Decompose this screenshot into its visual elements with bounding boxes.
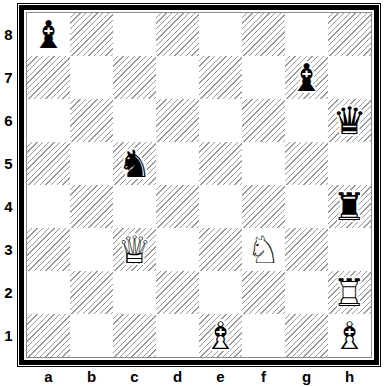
file-label-c: c (113, 368, 156, 387)
file-label-e: e (199, 368, 242, 387)
square-g4[interactable] (285, 185, 328, 228)
square-e8[interactable] (199, 13, 242, 56)
square-e4[interactable] (199, 185, 242, 228)
square-b2[interactable] (70, 271, 113, 314)
square-d7[interactable] (156, 56, 199, 99)
square-f3[interactable]: ♞♘ (242, 228, 285, 271)
black-bishop[interactable]: ♝ (27, 13, 70, 56)
square-a2[interactable] (27, 271, 70, 314)
square-c2[interactable] (113, 271, 156, 314)
rank-label-1: 1 (0, 314, 17, 357)
white-bishop[interactable]: ♗ (328, 314, 371, 357)
square-g7[interactable]: ♝♝ (285, 56, 328, 99)
square-d3[interactable] (156, 228, 199, 271)
file-label-h: h (328, 368, 371, 387)
square-e5[interactable] (199, 142, 242, 185)
square-a7[interactable] (27, 56, 70, 99)
black-bishop[interactable]: ♝ (285, 56, 328, 99)
square-e1[interactable]: ♝♗ (199, 314, 242, 357)
rank-label-5: 5 (0, 142, 17, 185)
white-knight[interactable]: ♘ (242, 228, 285, 271)
piece-halo: ♝ (328, 314, 371, 357)
square-b7[interactable] (70, 56, 113, 99)
rank-label-2: 2 (0, 271, 17, 314)
square-f1[interactable] (242, 314, 285, 357)
square-d6[interactable] (156, 99, 199, 142)
piece-halo: ♞ (113, 142, 156, 185)
chess-diagram: 8 7 6 5 4 3 2 1 ♝♝♝♝♛♛♞♞♜♜♛♕♞♘♜♖♝♗♝♗ a b… (0, 0, 384, 387)
rank-label-3: 3 (0, 228, 17, 271)
square-g5[interactable] (285, 142, 328, 185)
square-h1[interactable]: ♝♗ (328, 314, 371, 357)
piece-halo: ♜ (328, 271, 371, 314)
square-f2[interactable] (242, 271, 285, 314)
square-g3[interactable] (285, 228, 328, 271)
square-g1[interactable] (285, 314, 328, 357)
square-e3[interactable] (199, 228, 242, 271)
square-f7[interactable] (242, 56, 285, 99)
rank-label-6: 6 (0, 99, 17, 142)
piece-halo: ♝ (285, 56, 328, 99)
square-c7[interactable] (113, 56, 156, 99)
square-b6[interactable] (70, 99, 113, 142)
file-label-a: a (27, 368, 70, 387)
square-a3[interactable] (27, 228, 70, 271)
square-c5[interactable]: ♞♞ (113, 142, 156, 185)
square-a8[interactable]: ♝♝ (27, 13, 70, 56)
square-h8[interactable] (328, 13, 371, 56)
square-f6[interactable] (242, 99, 285, 142)
file-label-g: g (285, 368, 328, 387)
piece-halo: ♜ (328, 185, 371, 228)
square-g8[interactable] (285, 13, 328, 56)
black-rook[interactable]: ♜ (328, 185, 371, 228)
square-a5[interactable] (27, 142, 70, 185)
piece-halo: ♛ (328, 99, 371, 142)
square-h4[interactable]: ♜♜ (328, 185, 371, 228)
square-c8[interactable] (113, 13, 156, 56)
black-knight[interactable]: ♞ (113, 142, 156, 185)
black-queen[interactable]: ♛ (328, 99, 371, 142)
square-f4[interactable] (242, 185, 285, 228)
file-label-d: d (156, 368, 199, 387)
rank-labels: 8 7 6 5 4 3 2 1 (0, 3, 17, 357)
square-f5[interactable] (242, 142, 285, 185)
square-c4[interactable] (113, 185, 156, 228)
square-d8[interactable] (156, 13, 199, 56)
piece-halo: ♞ (242, 228, 285, 271)
square-h3[interactable] (328, 228, 371, 271)
square-b5[interactable] (70, 142, 113, 185)
piece-halo: ♝ (199, 314, 242, 357)
square-d4[interactable] (156, 185, 199, 228)
piece-halo: ♛ (113, 228, 156, 271)
white-bishop[interactable]: ♗ (199, 314, 242, 357)
rank-label-8: 8 (0, 13, 17, 56)
chess-board: ♝♝♝♝♛♛♞♞♜♜♛♕♞♘♜♖♝♗♝♗ (26, 12, 372, 358)
rank-label-7: 7 (0, 56, 17, 99)
rank-label-4: 4 (0, 185, 17, 228)
square-h6[interactable]: ♛♛ (328, 99, 371, 142)
square-b4[interactable] (70, 185, 113, 228)
square-d5[interactable] (156, 142, 199, 185)
square-g6[interactable] (285, 99, 328, 142)
square-d1[interactable] (156, 314, 199, 357)
square-c1[interactable] (113, 314, 156, 357)
square-d2[interactable] (156, 271, 199, 314)
white-queen[interactable]: ♕ (113, 228, 156, 271)
square-b8[interactable] (70, 13, 113, 56)
piece-halo: ♝ (27, 13, 70, 56)
file-label-b: b (70, 368, 113, 387)
square-e6[interactable] (199, 99, 242, 142)
square-a1[interactable] (27, 314, 70, 357)
square-e2[interactable] (199, 271, 242, 314)
square-b1[interactable] (70, 314, 113, 357)
white-rook[interactable]: ♖ (328, 271, 371, 314)
square-h7[interactable] (328, 56, 371, 99)
square-h2[interactable]: ♜♖ (328, 271, 371, 314)
square-e7[interactable] (199, 56, 242, 99)
square-f8[interactable] (242, 13, 285, 56)
square-g2[interactable] (285, 271, 328, 314)
square-c3[interactable]: ♛♕ (113, 228, 156, 271)
board-frame: ♝♝♝♝♛♛♞♞♜♜♛♕♞♘♜♖♝♗♝♗ (19, 5, 379, 365)
file-labels: a b c d e f g h (0, 368, 384, 387)
square-h5[interactable] (328, 142, 371, 185)
square-a6[interactable] (27, 99, 70, 142)
square-a4[interactable] (27, 185, 70, 228)
board-area: 8 7 6 5 4 3 2 1 ♝♝♝♝♛♛♞♞♜♜♛♕♞♘♜♖♝♗♝♗ (0, 3, 384, 367)
square-c6[interactable] (113, 99, 156, 142)
square-b3[interactable] (70, 228, 113, 271)
file-label-f: f (242, 368, 285, 387)
